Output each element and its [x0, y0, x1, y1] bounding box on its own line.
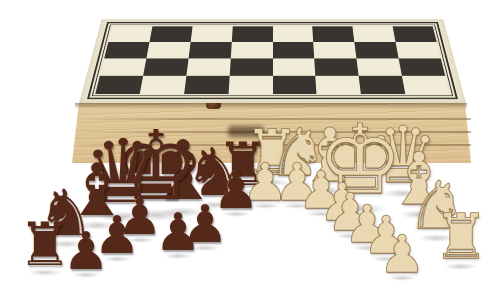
light-rook: ♜ — [433, 206, 489, 268]
board-square — [100, 58, 146, 75]
board-squares-grid — [95, 26, 449, 94]
board-square — [357, 58, 402, 75]
board-square — [396, 42, 441, 58]
dark-pawn: ♟ — [63, 225, 110, 277]
board-square — [402, 76, 450, 94]
board-square — [316, 76, 361, 94]
board-square — [393, 26, 437, 42]
product-photo-chess-set: ♜♞♟♝♟♛♟♚♟♝♟♞♟♜♜♞♟♟♝♟♚♟♛♟♝♟♞♟♜♟ — [0, 0, 500, 302]
board-square — [186, 58, 230, 75]
chess-board-lid — [79, 19, 466, 103]
board-square — [359, 76, 406, 94]
board-square — [273, 42, 315, 58]
lid-edge-shadow — [75, 103, 467, 109]
board-square — [149, 26, 192, 42]
board-square — [228, 76, 272, 94]
board-square — [230, 42, 272, 58]
board-square — [229, 58, 272, 75]
board-square — [95, 76, 143, 94]
board-square — [355, 42, 399, 58]
board-square — [143, 58, 188, 75]
board-square — [273, 26, 314, 42]
board-square — [184, 76, 229, 94]
board-square — [314, 42, 357, 58]
board-square — [146, 42, 190, 58]
board-square — [273, 58, 316, 75]
dark-pawn: ♟ — [155, 206, 202, 258]
board-square — [273, 76, 317, 94]
board-square — [353, 26, 396, 42]
board-square — [315, 58, 359, 75]
board-square — [231, 26, 272, 42]
board-square — [104, 42, 149, 58]
board-square — [190, 26, 232, 42]
board-square — [140, 76, 187, 94]
board-square — [188, 42, 231, 58]
board-square — [313, 26, 355, 42]
board-square — [399, 58, 445, 75]
light-pawn: ♟ — [379, 228, 426, 280]
board-square — [108, 26, 152, 42]
